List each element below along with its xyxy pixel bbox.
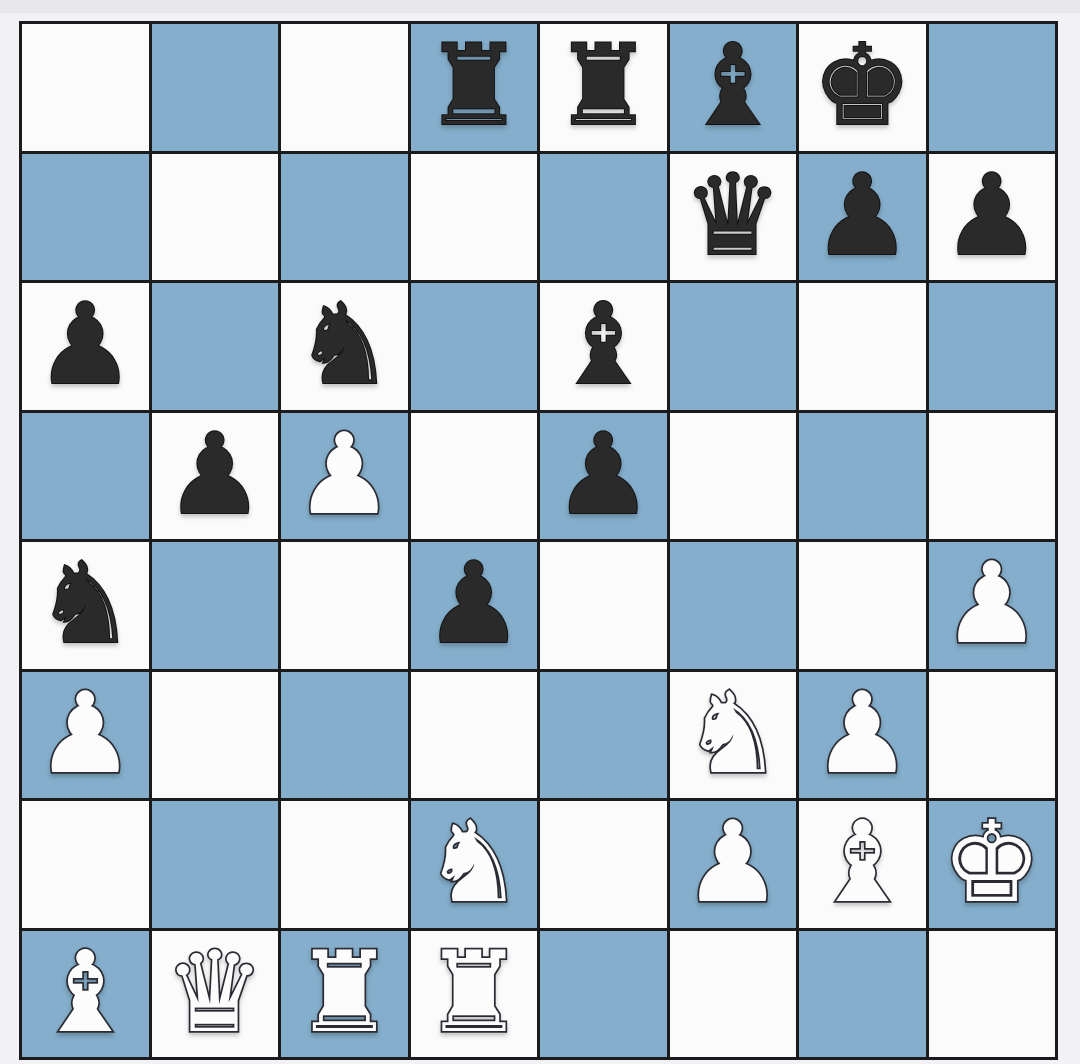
square-a6[interactable]: ♟	[22, 283, 149, 410]
square-h7[interactable]: ♟	[929, 154, 1056, 281]
square-e6[interactable]: ♝	[540, 283, 667, 410]
square-b7[interactable]	[152, 154, 279, 281]
square-g1[interactable]	[799, 931, 926, 1058]
square-g2[interactable]: ♝	[799, 801, 926, 928]
square-a2[interactable]	[22, 801, 149, 928]
square-h5[interactable]	[929, 413, 1056, 540]
square-c4[interactable]	[281, 542, 408, 669]
square-d4[interactable]: ♟	[411, 542, 538, 669]
square-g8[interactable]: ♚	[799, 24, 926, 151]
square-f6[interactable]	[670, 283, 797, 410]
square-b5[interactable]: ♟	[152, 413, 279, 540]
square-h6[interactable]	[929, 283, 1056, 410]
square-c7[interactable]	[281, 154, 408, 281]
piece-black-pawn[interactable]: ♟	[812, 159, 912, 271]
square-d3[interactable]	[411, 672, 538, 799]
piece-black-pawn[interactable]: ♟	[165, 418, 265, 530]
square-d2[interactable]: ♞	[411, 801, 538, 928]
square-c3[interactable]	[281, 672, 408, 799]
square-h1[interactable]	[929, 931, 1056, 1058]
piece-white-bishop[interactable]: ♝	[812, 806, 912, 918]
square-h4[interactable]: ♟	[929, 542, 1056, 669]
page-background: ♜♜♝♚♛♟♟♟♞♝♟♟♟♞♟♟♟♞♟♞♟♝♚♝♛♜♜	[0, 0, 1080, 1064]
piece-white-knight[interactable]: ♞	[424, 806, 524, 918]
square-c8[interactable]	[281, 24, 408, 151]
square-e4[interactable]	[540, 542, 667, 669]
piece-white-pawn[interactable]: ♟	[35, 677, 135, 789]
piece-black-pawn[interactable]: ♟	[35, 288, 135, 400]
square-e1[interactable]	[540, 931, 667, 1058]
piece-white-pawn[interactable]: ♟	[812, 677, 912, 789]
square-e5[interactable]: ♟	[540, 413, 667, 540]
square-e7[interactable]	[540, 154, 667, 281]
piece-white-pawn[interactable]: ♟	[942, 547, 1042, 659]
square-g5[interactable]	[799, 413, 926, 540]
piece-black-rook[interactable]: ♜	[424, 29, 524, 141]
square-g6[interactable]	[799, 283, 926, 410]
square-f5[interactable]	[670, 413, 797, 540]
piece-white-king[interactable]: ♚	[942, 806, 1042, 918]
square-h3[interactable]	[929, 672, 1056, 799]
square-f1[interactable]	[670, 931, 797, 1058]
piece-white-bishop[interactable]: ♝	[35, 936, 135, 1048]
square-b1[interactable]: ♛	[152, 931, 279, 1058]
square-c5[interactable]: ♟	[281, 413, 408, 540]
piece-white-pawn[interactable]: ♟	[683, 806, 783, 918]
square-h2[interactable]: ♚	[929, 801, 1056, 928]
piece-white-knight[interactable]: ♞	[683, 677, 783, 789]
square-b2[interactable]	[152, 801, 279, 928]
square-a4[interactable]: ♞	[22, 542, 149, 669]
piece-black-king[interactable]: ♚	[812, 29, 912, 141]
piece-white-rook[interactable]: ♜	[424, 936, 524, 1048]
square-f8[interactable]: ♝	[670, 24, 797, 151]
square-f2[interactable]: ♟	[670, 801, 797, 928]
piece-black-pawn[interactable]: ♟	[942, 159, 1042, 271]
square-f4[interactable]	[670, 542, 797, 669]
square-f7[interactable]: ♛	[670, 154, 797, 281]
square-e3[interactable]	[540, 672, 667, 799]
piece-black-rook[interactable]: ♜	[553, 29, 653, 141]
piece-black-pawn[interactable]: ♟	[553, 418, 653, 530]
square-d7[interactable]	[411, 154, 538, 281]
piece-black-pawn[interactable]: ♟	[424, 547, 524, 659]
piece-white-rook[interactable]: ♜	[294, 936, 394, 1048]
square-d8[interactable]: ♜	[411, 24, 538, 151]
piece-white-queen[interactable]: ♛	[165, 936, 265, 1048]
square-g7[interactable]: ♟	[799, 154, 926, 281]
square-a1[interactable]: ♝	[22, 931, 149, 1058]
square-c6[interactable]: ♞	[281, 283, 408, 410]
top-strip	[0, 0, 1080, 13]
square-d6[interactable]	[411, 283, 538, 410]
square-b3[interactable]	[152, 672, 279, 799]
square-b6[interactable]	[152, 283, 279, 410]
piece-black-queen[interactable]: ♛	[683, 159, 783, 271]
chess-board: ♜♜♝♚♛♟♟♟♞♝♟♟♟♞♟♟♟♞♟♞♟♝♚♝♛♜♜	[19, 21, 1058, 1060]
square-a3[interactable]: ♟	[22, 672, 149, 799]
piece-black-knight[interactable]: ♞	[35, 547, 135, 659]
square-a7[interactable]	[22, 154, 149, 281]
piece-black-bishop[interactable]: ♝	[683, 29, 783, 141]
square-e2[interactable]	[540, 801, 667, 928]
square-a8[interactable]	[22, 24, 149, 151]
square-b8[interactable]	[152, 24, 279, 151]
square-e8[interactable]: ♜	[540, 24, 667, 151]
piece-white-pawn[interactable]: ♟	[294, 418, 394, 530]
square-c1[interactable]: ♜	[281, 931, 408, 1058]
square-g3[interactable]: ♟	[799, 672, 926, 799]
square-g4[interactable]	[799, 542, 926, 669]
piece-black-bishop[interactable]: ♝	[553, 288, 653, 400]
square-b4[interactable]	[152, 542, 279, 669]
square-f3[interactable]: ♞	[670, 672, 797, 799]
square-a5[interactable]	[22, 413, 149, 540]
square-c2[interactable]	[281, 801, 408, 928]
piece-black-knight[interactable]: ♞	[294, 288, 394, 400]
square-d5[interactable]	[411, 413, 538, 540]
square-d1[interactable]: ♜	[411, 931, 538, 1058]
square-h8[interactable]	[929, 24, 1056, 151]
